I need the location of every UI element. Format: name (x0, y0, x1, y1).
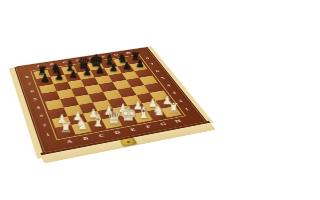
piece-white-rook-h1: ♜ (167, 102, 179, 115)
piece-white-knight-g1: ♞ (152, 103, 165, 117)
piece-white-knight-b1: ♞ (75, 117, 88, 132)
piece-white-queen-d1: ♛ (105, 108, 121, 126)
piece-white-bishop-f1: ♝ (137, 105, 151, 121)
photo-scene: AABBCCDDEEFFGGHH8877665544332211 ♜♞♝♛♚♝♞… (0, 0, 200, 200)
brass-latch-icon (120, 137, 138, 146)
piece-white-king-e1: ♚ (120, 104, 138, 124)
piece-white-rook-a1: ♜ (60, 121, 73, 135)
product-photo: AABBCCDDEEFFGGHH8877665544332211 ♜♞♝♛♚♝♞… (0, 0, 200, 200)
chess-board: AABBCCDDEEFFGGHH8877665544332211 ♜♞♝♛♚♝♞… (15, 47, 200, 153)
piece-white-bishop-c1: ♝ (91, 113, 105, 129)
